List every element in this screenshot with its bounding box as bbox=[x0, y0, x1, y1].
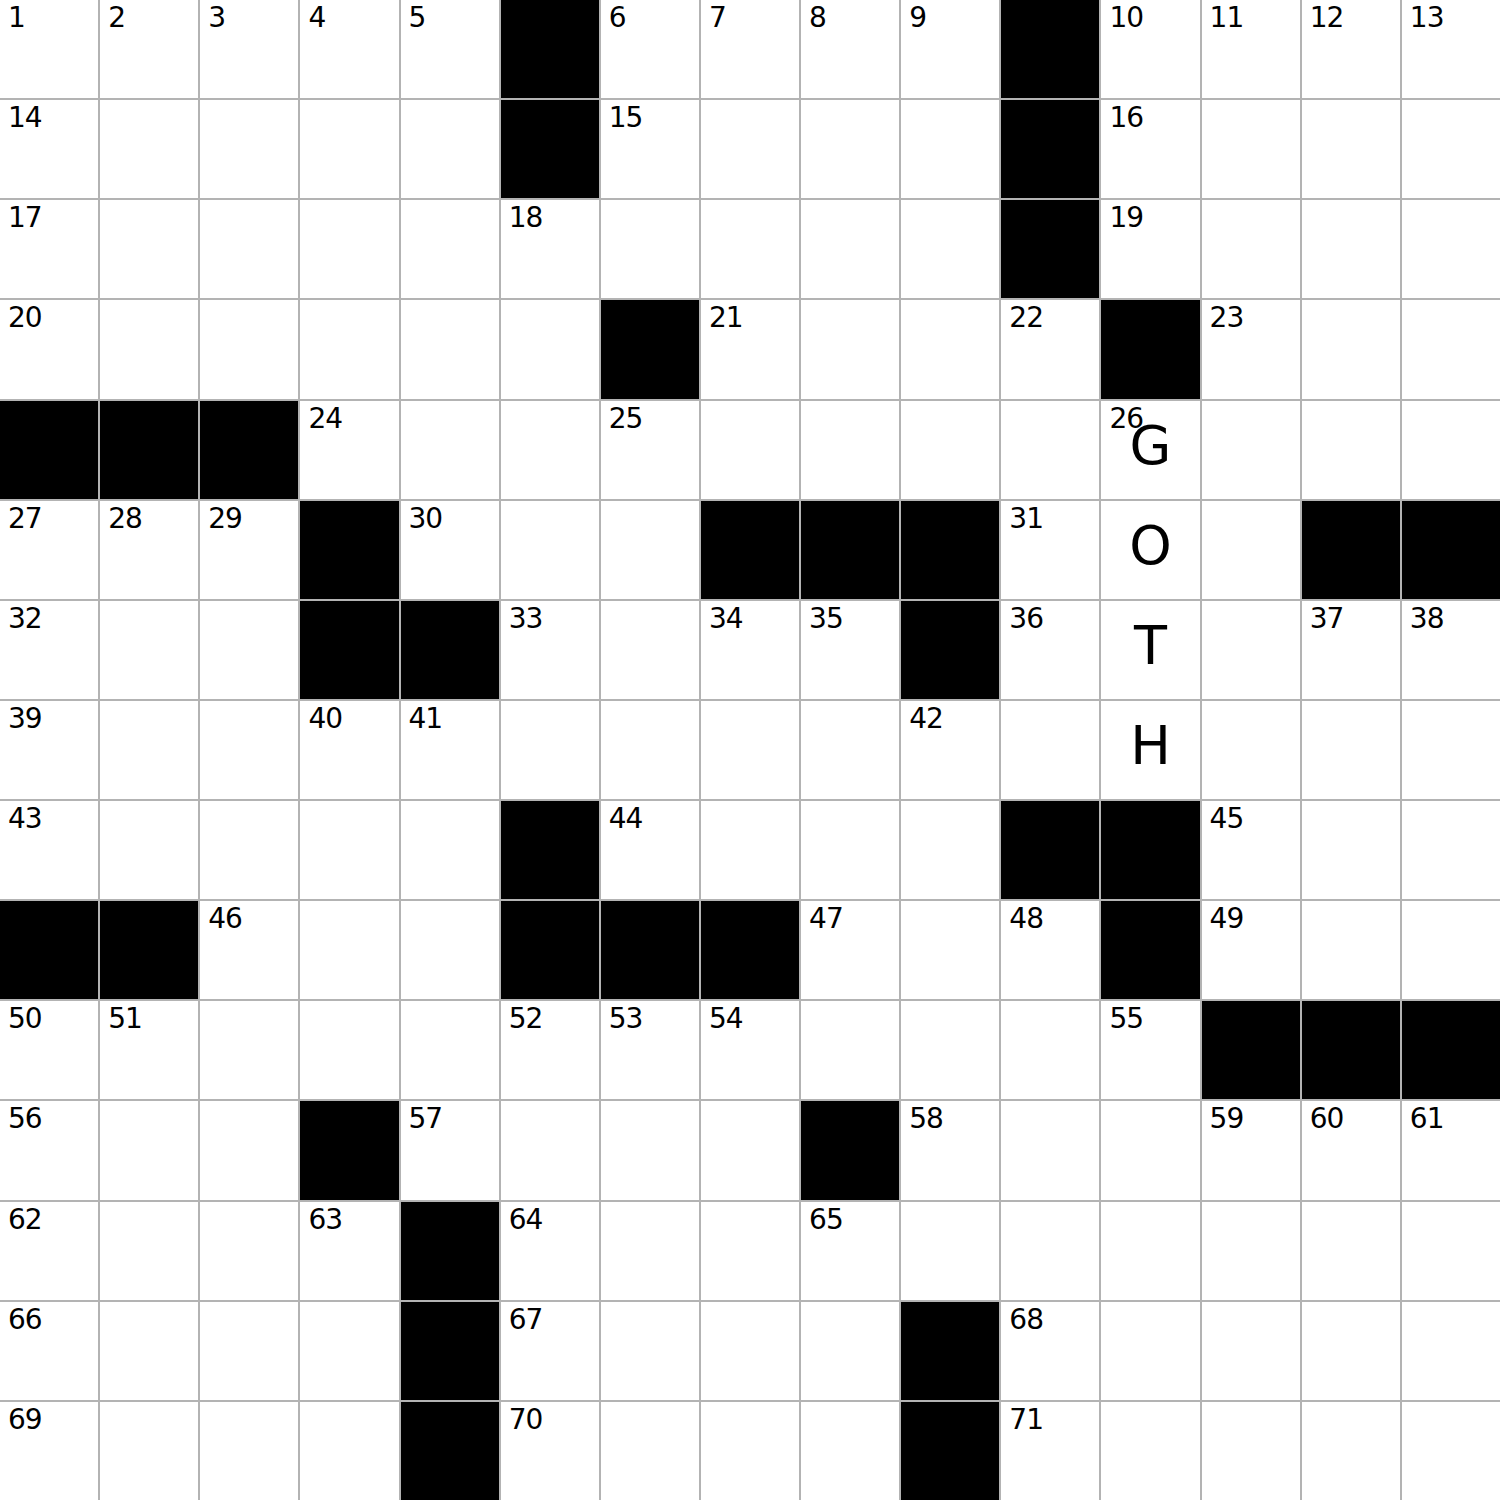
cell-r11c2[interactable] bbox=[200, 1101, 298, 1199]
cell-r2c8[interactable] bbox=[801, 200, 899, 298]
cell-r0c14[interactable]: 13 bbox=[1402, 0, 1500, 98]
cell-r11c14[interactable]: 61 bbox=[1402, 1101, 1500, 1199]
cell-r2c5[interactable]: 18 bbox=[501, 200, 599, 298]
clue-number-36: 36 bbox=[1009, 604, 1043, 633]
cell-r6c0[interactable]: 32 bbox=[0, 601, 98, 699]
cell-r4c4[interactable] bbox=[401, 401, 499, 499]
cell-r0c2[interactable]: 3 bbox=[200, 0, 298, 98]
cell-r8c3[interactable] bbox=[300, 801, 398, 899]
clue-number-30: 30 bbox=[409, 504, 443, 533]
cell-r3c7[interactable]: 21 bbox=[701, 300, 799, 398]
cell-letter-g: G bbox=[1130, 414, 1172, 477]
black-cell-r8c11 bbox=[1101, 801, 1199, 899]
clue-number-41: 41 bbox=[409, 704, 443, 733]
black-cell-r6c4 bbox=[401, 601, 499, 699]
cell-r2c3[interactable] bbox=[300, 200, 398, 298]
cell-r11c6[interactable] bbox=[601, 1101, 699, 1199]
cell-r1c14[interactable] bbox=[1402, 100, 1500, 198]
clue-number-46: 46 bbox=[208, 904, 242, 933]
cell-r7c4[interactable]: 41 bbox=[401, 701, 499, 799]
cell-r10c1[interactable]: 51 bbox=[100, 1001, 198, 1099]
black-cell-r0c5 bbox=[501, 0, 599, 98]
cell-r13c7[interactable] bbox=[701, 1302, 799, 1400]
cell-r10c8[interactable] bbox=[801, 1001, 899, 1099]
cell-r0c0[interactable]: 1 bbox=[0, 0, 98, 98]
cell-r10c0[interactable]: 50 bbox=[0, 1001, 98, 1099]
cell-r7c2[interactable] bbox=[200, 701, 298, 799]
clue-number-50: 50 bbox=[8, 1004, 42, 1033]
cell-r13c5[interactable]: 67 bbox=[501, 1302, 599, 1400]
cell-r9c13[interactable] bbox=[1302, 901, 1400, 999]
cell-r7c6[interactable] bbox=[601, 701, 699, 799]
cell-r12c11[interactable] bbox=[1101, 1202, 1199, 1300]
cell-r6c6[interactable] bbox=[601, 601, 699, 699]
black-cell-r8c10 bbox=[1001, 801, 1099, 899]
cell-r12c12[interactable] bbox=[1202, 1202, 1300, 1300]
cell-r4c14[interactable] bbox=[1402, 401, 1500, 499]
cell-r0c4[interactable]: 5 bbox=[401, 0, 499, 98]
cell-r5c5[interactable] bbox=[501, 501, 599, 599]
cell-r5c10[interactable]: 31 bbox=[1001, 501, 1099, 599]
cell-r9c2[interactable]: 46 bbox=[200, 901, 298, 999]
clue-number-20: 20 bbox=[8, 303, 42, 332]
cell-r13c0[interactable]: 66 bbox=[0, 1302, 98, 1400]
cell-r1c12[interactable] bbox=[1202, 100, 1300, 198]
cell-r13c12[interactable] bbox=[1202, 1302, 1300, 1400]
cell-r8c0[interactable]: 43 bbox=[0, 801, 98, 899]
clue-number-42: 42 bbox=[909, 704, 943, 733]
black-cell-r5c3 bbox=[300, 501, 398, 599]
cell-r4c10[interactable] bbox=[1001, 401, 1099, 499]
cell-r12c5[interactable]: 64 bbox=[501, 1202, 599, 1300]
black-cell-r5c7 bbox=[701, 501, 799, 599]
cell-r5c11[interactable]: O bbox=[1101, 501, 1199, 599]
cell-r2c2[interactable] bbox=[200, 200, 298, 298]
cell-r3c3[interactable] bbox=[300, 300, 398, 398]
cell-r9c10[interactable]: 48 bbox=[1001, 901, 1099, 999]
clue-number-40: 40 bbox=[308, 704, 342, 733]
clue-number-1: 1 bbox=[8, 3, 25, 32]
cell-r1c0[interactable]: 14 bbox=[0, 100, 98, 198]
cell-r14c2[interactable] bbox=[200, 1402, 298, 1500]
cell-r7c8[interactable] bbox=[801, 701, 899, 799]
clue-number-56: 56 bbox=[8, 1104, 42, 1133]
cell-r3c14[interactable] bbox=[1402, 300, 1500, 398]
clue-number-65: 65 bbox=[809, 1205, 843, 1234]
cell-r12c10[interactable] bbox=[1001, 1202, 1099, 1300]
black-cell-r0c10 bbox=[1001, 0, 1099, 98]
cell-r11c11[interactable] bbox=[1101, 1101, 1199, 1199]
black-cell-r8c5 bbox=[501, 801, 599, 899]
cell-r0c7[interactable]: 7 bbox=[701, 0, 799, 98]
clue-number-70: 70 bbox=[509, 1405, 543, 1434]
cell-r1c2[interactable] bbox=[200, 100, 298, 198]
black-cell-r9c1 bbox=[100, 901, 198, 999]
cell-r9c3[interactable] bbox=[300, 901, 398, 999]
cell-r8c8[interactable] bbox=[801, 801, 899, 899]
cell-r0c6[interactable]: 6 bbox=[601, 0, 699, 98]
black-cell-r5c8 bbox=[801, 501, 899, 599]
cell-r7c3[interactable]: 40 bbox=[300, 701, 398, 799]
clue-number-23: 23 bbox=[1210, 303, 1244, 332]
clue-number-61: 61 bbox=[1410, 1104, 1444, 1133]
black-cell-r13c9 bbox=[901, 1302, 999, 1400]
cell-r7c9[interactable]: 42 bbox=[901, 701, 999, 799]
cell-r5c12[interactable] bbox=[1202, 501, 1300, 599]
black-cell-r6c9 bbox=[901, 601, 999, 699]
clue-number-71: 71 bbox=[1009, 1405, 1043, 1434]
black-cell-r9c6 bbox=[601, 901, 699, 999]
clue-number-58: 58 bbox=[909, 1104, 943, 1133]
clue-number-69: 69 bbox=[8, 1405, 42, 1434]
cell-r0c8[interactable]: 8 bbox=[801, 0, 899, 98]
clue-number-43: 43 bbox=[8, 804, 42, 833]
cell-r11c13[interactable]: 60 bbox=[1302, 1101, 1400, 1199]
clue-number-14: 14 bbox=[8, 103, 42, 132]
cell-r14c3[interactable] bbox=[300, 1402, 398, 1500]
cell-r13c1[interactable] bbox=[100, 1302, 198, 1400]
cell-r12c13[interactable] bbox=[1302, 1202, 1400, 1300]
cell-r13c11[interactable] bbox=[1101, 1302, 1199, 1400]
black-cell-r11c3 bbox=[300, 1101, 398, 1199]
cell-r13c3[interactable] bbox=[300, 1302, 398, 1400]
cell-r13c8[interactable] bbox=[801, 1302, 899, 1400]
clue-number-31: 31 bbox=[1009, 504, 1043, 533]
cell-r3c8[interactable] bbox=[801, 300, 899, 398]
cell-r13c6[interactable] bbox=[601, 1302, 699, 1400]
clue-number-60: 60 bbox=[1310, 1104, 1344, 1133]
clue-number-62: 62 bbox=[8, 1205, 42, 1234]
cell-r7c7[interactable] bbox=[701, 701, 799, 799]
clue-number-18: 18 bbox=[509, 203, 543, 232]
cell-r14c5[interactable]: 70 bbox=[501, 1402, 599, 1500]
cell-r14c0[interactable]: 69 bbox=[0, 1402, 98, 1500]
cell-r12c2[interactable] bbox=[200, 1202, 298, 1300]
clue-number-52: 52 bbox=[509, 1004, 543, 1033]
clue-number-22: 22 bbox=[1009, 303, 1043, 332]
cell-r3c10[interactable]: 22 bbox=[1001, 300, 1099, 398]
cell-r7c12[interactable] bbox=[1202, 701, 1300, 799]
cell-r8c2[interactable] bbox=[200, 801, 298, 899]
cell-r7c11[interactable]: H bbox=[1101, 701, 1199, 799]
cell-r2c14[interactable] bbox=[1402, 200, 1500, 298]
cell-r2c12[interactable] bbox=[1202, 200, 1300, 298]
cell-r4c13[interactable] bbox=[1302, 401, 1400, 499]
cell-r12c7[interactable] bbox=[701, 1202, 799, 1300]
cell-r13c10[interactable]: 68 bbox=[1001, 1302, 1099, 1400]
clue-number-6: 6 bbox=[609, 3, 626, 32]
clue-number-63: 63 bbox=[308, 1205, 342, 1234]
cell-r13c14[interactable] bbox=[1402, 1302, 1500, 1400]
cell-r8c13[interactable] bbox=[1302, 801, 1400, 899]
cell-r6c11[interactable]: T bbox=[1101, 601, 1199, 699]
cell-r2c4[interactable] bbox=[401, 200, 499, 298]
clue-number-17: 17 bbox=[8, 203, 42, 232]
cell-r7c13[interactable] bbox=[1302, 701, 1400, 799]
clue-number-28: 28 bbox=[108, 504, 142, 533]
clue-number-45: 45 bbox=[1210, 804, 1244, 833]
clue-number-21: 21 bbox=[709, 303, 743, 332]
cell-r8c6[interactable]: 44 bbox=[601, 801, 699, 899]
black-cell-r5c9 bbox=[901, 501, 999, 599]
cell-r4c5[interactable] bbox=[501, 401, 599, 499]
black-cell-r13c4 bbox=[401, 1302, 499, 1400]
black-cell-r14c9 bbox=[901, 1402, 999, 1500]
cell-r7c1[interactable] bbox=[100, 701, 198, 799]
cell-r7c14[interactable] bbox=[1402, 701, 1500, 799]
cell-r9c12[interactable]: 49 bbox=[1202, 901, 1300, 999]
cell-r6c10[interactable]: 36 bbox=[1001, 601, 1099, 699]
cell-r3c1[interactable] bbox=[100, 300, 198, 398]
cell-r11c0[interactable]: 56 bbox=[0, 1101, 98, 1199]
black-cell-r1c10 bbox=[1001, 100, 1099, 198]
cell-r3c9[interactable] bbox=[901, 300, 999, 398]
cell-r9c9[interactable] bbox=[901, 901, 999, 999]
cell-r6c7[interactable]: 34 bbox=[701, 601, 799, 699]
cell-r5c1[interactable]: 28 bbox=[100, 501, 198, 599]
cell-r4c12[interactable] bbox=[1202, 401, 1300, 499]
cell-r1c7[interactable] bbox=[701, 100, 799, 198]
cell-r10c4[interactable] bbox=[401, 1001, 499, 1099]
cell-r8c7[interactable] bbox=[701, 801, 799, 899]
black-cell-r10c14 bbox=[1402, 1001, 1500, 1099]
clue-number-13: 13 bbox=[1410, 3, 1444, 32]
clue-number-47: 47 bbox=[809, 904, 843, 933]
cell-r2c1[interactable] bbox=[100, 200, 198, 298]
cell-r2c11[interactable]: 19 bbox=[1101, 200, 1199, 298]
clue-number-34: 34 bbox=[709, 604, 743, 633]
cell-r14c6[interactable] bbox=[601, 1402, 699, 1500]
cell-r14c14[interactable] bbox=[1402, 1402, 1500, 1500]
clue-number-57: 57 bbox=[409, 1104, 443, 1133]
black-cell-r2c10 bbox=[1001, 200, 1099, 298]
cell-r9c14[interactable] bbox=[1402, 901, 1500, 999]
clue-number-51: 51 bbox=[108, 1004, 142, 1033]
black-cell-r10c13 bbox=[1302, 1001, 1400, 1099]
black-cell-r3c11 bbox=[1101, 300, 1199, 398]
clue-number-33: 33 bbox=[509, 604, 543, 633]
cell-r11c9[interactable]: 58 bbox=[901, 1101, 999, 1199]
cell-r12c0[interactable]: 62 bbox=[0, 1202, 98, 1300]
clue-number-9: 9 bbox=[909, 3, 926, 32]
black-cell-r6c3 bbox=[300, 601, 398, 699]
cell-r6c14[interactable]: 38 bbox=[1402, 601, 1500, 699]
cell-r12c6[interactable] bbox=[601, 1202, 699, 1300]
cell-r7c0[interactable]: 39 bbox=[0, 701, 98, 799]
clue-number-2: 2 bbox=[108, 3, 125, 32]
cell-r10c7[interactable]: 54 bbox=[701, 1001, 799, 1099]
cell-r9c8[interactable]: 47 bbox=[801, 901, 899, 999]
cell-r6c5[interactable]: 33 bbox=[501, 601, 599, 699]
cell-letter-o: O bbox=[1129, 514, 1172, 577]
black-cell-r4c0 bbox=[0, 401, 98, 499]
cell-r3c0[interactable]: 20 bbox=[0, 300, 98, 398]
cell-r12c3[interactable]: 63 bbox=[300, 1202, 398, 1300]
cell-r8c9[interactable] bbox=[901, 801, 999, 899]
cell-r10c11[interactable]: 55 bbox=[1101, 1001, 1199, 1099]
clue-number-32: 32 bbox=[8, 604, 42, 633]
clue-number-49: 49 bbox=[1210, 904, 1244, 933]
cell-r1c11[interactable]: 16 bbox=[1101, 100, 1199, 198]
cell-r3c2[interactable] bbox=[200, 300, 298, 398]
cell-r1c6[interactable]: 15 bbox=[601, 100, 699, 198]
cell-r3c5[interactable] bbox=[501, 300, 599, 398]
cell-r10c10[interactable] bbox=[1001, 1001, 1099, 1099]
cell-r1c9[interactable] bbox=[901, 100, 999, 198]
clue-number-44: 44 bbox=[609, 804, 643, 833]
black-cell-r4c1 bbox=[100, 401, 198, 499]
clue-number-4: 4 bbox=[308, 3, 325, 32]
black-cell-r5c13 bbox=[1302, 501, 1400, 599]
cell-r14c12[interactable] bbox=[1202, 1402, 1300, 1500]
cell-r1c1[interactable] bbox=[100, 100, 198, 198]
clue-number-3: 3 bbox=[208, 3, 225, 32]
cell-r12c8[interactable]: 65 bbox=[801, 1202, 899, 1300]
cell-r2c6[interactable] bbox=[601, 200, 699, 298]
cell-r9c4[interactable] bbox=[401, 901, 499, 999]
cell-r11c1[interactable] bbox=[100, 1101, 198, 1199]
crossword-grid: 1234567891011121314151617181920212223242… bbox=[0, 0, 1500, 1500]
black-cell-r9c11 bbox=[1101, 901, 1199, 999]
cell-r14c11[interactable] bbox=[1101, 1402, 1199, 1500]
cell-r5c2[interactable]: 29 bbox=[200, 501, 298, 599]
cell-r11c10[interactable] bbox=[1001, 1101, 1099, 1199]
clue-number-37: 37 bbox=[1310, 604, 1344, 633]
cell-r14c1[interactable] bbox=[100, 1402, 198, 1500]
cell-r6c1[interactable] bbox=[100, 601, 198, 699]
cell-r7c5[interactable] bbox=[501, 701, 599, 799]
black-cell-r10c12 bbox=[1202, 1001, 1300, 1099]
cell-r4c8[interactable] bbox=[801, 401, 899, 499]
cell-r6c12[interactable] bbox=[1202, 601, 1300, 699]
cell-r8c1[interactable] bbox=[100, 801, 198, 899]
clue-number-64: 64 bbox=[509, 1205, 543, 1234]
black-cell-r11c8 bbox=[801, 1101, 899, 1199]
cell-r7c10[interactable] bbox=[1001, 701, 1099, 799]
cell-r10c6[interactable]: 53 bbox=[601, 1001, 699, 1099]
cell-r1c4[interactable] bbox=[401, 100, 499, 198]
clue-number-25: 25 bbox=[609, 404, 643, 433]
clue-number-24: 24 bbox=[308, 404, 342, 433]
clue-number-48: 48 bbox=[1009, 904, 1043, 933]
cell-r3c12[interactable]: 23 bbox=[1202, 300, 1300, 398]
clue-number-35: 35 bbox=[809, 604, 843, 633]
clue-number-55: 55 bbox=[1109, 1004, 1143, 1033]
clue-number-38: 38 bbox=[1410, 604, 1444, 633]
black-cell-r9c5 bbox=[501, 901, 599, 999]
cell-r5c6[interactable] bbox=[601, 501, 699, 599]
clue-number-53: 53 bbox=[609, 1004, 643, 1033]
cell-r10c3[interactable] bbox=[300, 1001, 398, 1099]
cell-r4c6[interactable]: 25 bbox=[601, 401, 699, 499]
cell-r12c14[interactable] bbox=[1402, 1202, 1500, 1300]
cell-r12c9[interactable] bbox=[901, 1202, 999, 1300]
clue-number-66: 66 bbox=[8, 1305, 42, 1334]
cell-r2c9[interactable] bbox=[901, 200, 999, 298]
cell-r10c9[interactable] bbox=[901, 1001, 999, 1099]
cell-r8c4[interactable] bbox=[401, 801, 499, 899]
cell-r4c9[interactable] bbox=[901, 401, 999, 499]
clue-number-11: 11 bbox=[1210, 3, 1244, 32]
cell-r0c12[interactable]: 11 bbox=[1202, 0, 1300, 98]
cell-r6c13[interactable]: 37 bbox=[1302, 601, 1400, 699]
cell-r1c3[interactable] bbox=[300, 100, 398, 198]
clue-number-15: 15 bbox=[609, 103, 643, 132]
cell-r14c8[interactable] bbox=[801, 1402, 899, 1500]
cell-r2c7[interactable] bbox=[701, 200, 799, 298]
cell-r1c8[interactable] bbox=[801, 100, 899, 198]
cell-r4c11[interactable]: 26G bbox=[1101, 401, 1199, 499]
cell-letter-t: T bbox=[1134, 614, 1167, 677]
black-cell-r1c5 bbox=[501, 100, 599, 198]
black-cell-r3c6 bbox=[601, 300, 699, 398]
clue-number-54: 54 bbox=[709, 1004, 743, 1033]
cell-r4c7[interactable] bbox=[701, 401, 799, 499]
black-cell-r12c4 bbox=[401, 1202, 499, 1300]
cell-r0c1[interactable]: 2 bbox=[100, 0, 198, 98]
clue-number-67: 67 bbox=[509, 1305, 543, 1334]
clue-number-59: 59 bbox=[1210, 1104, 1244, 1133]
black-cell-r5c14 bbox=[1402, 501, 1500, 599]
cell-r5c0[interactable]: 27 bbox=[0, 501, 98, 599]
clue-number-19: 19 bbox=[1109, 203, 1143, 232]
cell-r11c7[interactable] bbox=[701, 1101, 799, 1199]
black-cell-r9c0 bbox=[0, 901, 98, 999]
cell-r3c13[interactable] bbox=[1302, 300, 1400, 398]
cell-r6c2[interactable] bbox=[200, 601, 298, 699]
clue-number-29: 29 bbox=[208, 504, 242, 533]
cell-r0c9[interactable]: 9 bbox=[901, 0, 999, 98]
cell-r14c7[interactable] bbox=[701, 1402, 799, 1500]
cell-r8c12[interactable]: 45 bbox=[1202, 801, 1300, 899]
cell-r4c3[interactable]: 24 bbox=[300, 401, 398, 499]
black-cell-r9c7 bbox=[701, 901, 799, 999]
cell-r8c14[interactable] bbox=[1402, 801, 1500, 899]
black-cell-r14c4 bbox=[401, 1402, 499, 1500]
cell-r11c4[interactable]: 57 bbox=[401, 1101, 499, 1199]
cell-r11c12[interactable]: 59 bbox=[1202, 1101, 1300, 1199]
cell-r14c10[interactable]: 71 bbox=[1001, 1402, 1099, 1500]
clue-number-16: 16 bbox=[1109, 103, 1143, 132]
clue-number-68: 68 bbox=[1009, 1305, 1043, 1334]
cell-r0c13[interactable]: 12 bbox=[1302, 0, 1400, 98]
cell-r3c4[interactable] bbox=[401, 300, 499, 398]
cell-r6c8[interactable]: 35 bbox=[801, 601, 899, 699]
cell-r1c13[interactable] bbox=[1302, 100, 1400, 198]
cell-r0c3[interactable]: 4 bbox=[300, 0, 398, 98]
cell-r11c5[interactable] bbox=[501, 1101, 599, 1199]
clue-number-5: 5 bbox=[409, 3, 426, 32]
cell-letter-h: H bbox=[1130, 714, 1171, 777]
cell-r0c11[interactable]: 10 bbox=[1101, 0, 1199, 98]
cell-r10c2[interactable] bbox=[200, 1001, 298, 1099]
clue-number-7: 7 bbox=[709, 3, 726, 32]
cell-r13c2[interactable] bbox=[200, 1302, 298, 1400]
clue-number-10: 10 bbox=[1109, 3, 1143, 32]
cell-r2c0[interactable]: 17 bbox=[0, 200, 98, 298]
cell-r14c13[interactable] bbox=[1302, 1402, 1400, 1500]
clue-number-39: 39 bbox=[8, 704, 42, 733]
cell-r10c5[interactable]: 52 bbox=[501, 1001, 599, 1099]
clue-number-27: 27 bbox=[8, 504, 42, 533]
cell-r12c1[interactable] bbox=[100, 1202, 198, 1300]
clue-number-12: 12 bbox=[1310, 3, 1344, 32]
cell-r13c13[interactable] bbox=[1302, 1302, 1400, 1400]
cell-r5c4[interactable]: 30 bbox=[401, 501, 499, 599]
black-cell-r4c2 bbox=[200, 401, 298, 499]
clue-number-8: 8 bbox=[809, 3, 826, 32]
cell-r2c13[interactable] bbox=[1302, 200, 1400, 298]
